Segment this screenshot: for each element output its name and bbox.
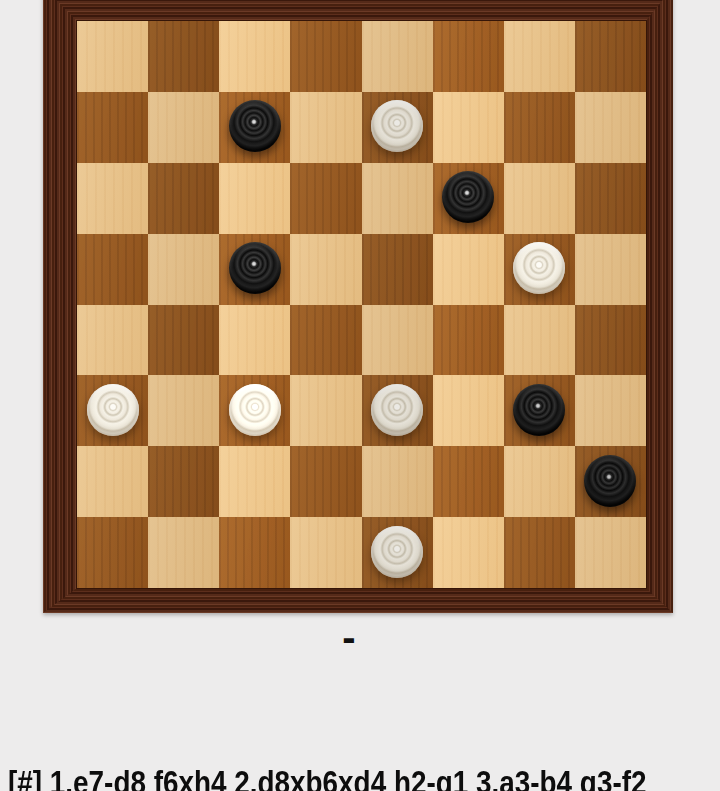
black-man-piece-c7[interactable] — [229, 100, 281, 152]
board — [77, 21, 646, 588]
square-c7[interactable] — [219, 92, 290, 163]
square-a3[interactable] — [77, 375, 148, 446]
square-a6[interactable] — [77, 163, 148, 234]
square-a4[interactable] — [77, 305, 148, 376]
checkers-app-screen: - [#] 1.e7-d8 f6xh4 2.d8xb6xd4 h2-g1 3.a… — [0, 0, 720, 791]
square-g2[interactable] — [504, 446, 575, 517]
square-b3[interactable] — [148, 375, 219, 446]
square-d8[interactable] — [290, 21, 361, 92]
black-man-piece-c5[interactable] — [229, 242, 281, 294]
black-man-piece-g3[interactable] — [513, 384, 565, 436]
square-b6[interactable] — [148, 163, 219, 234]
square-b1[interactable] — [148, 517, 219, 588]
square-f1[interactable] — [433, 517, 504, 588]
square-f5[interactable] — [433, 234, 504, 305]
square-e8[interactable] — [362, 21, 433, 92]
white-man-piece-c3[interactable] — [229, 384, 281, 436]
square-d7[interactable] — [290, 92, 361, 163]
square-h6[interactable] — [575, 163, 646, 234]
square-a5[interactable] — [77, 234, 148, 305]
square-f6[interactable] — [433, 163, 504, 234]
square-h8[interactable] — [575, 21, 646, 92]
square-d5[interactable] — [290, 234, 361, 305]
square-g1[interactable] — [504, 517, 575, 588]
turn-indicator: - — [0, 617, 709, 657]
square-a2[interactable] — [77, 446, 148, 517]
square-e1[interactable] — [362, 517, 433, 588]
square-e3[interactable] — [362, 375, 433, 446]
square-e7[interactable] — [362, 92, 433, 163]
square-h4[interactable] — [575, 305, 646, 376]
square-d6[interactable] — [290, 163, 361, 234]
square-h7[interactable] — [575, 92, 646, 163]
square-c8[interactable] — [219, 21, 290, 92]
square-h2[interactable] — [575, 446, 646, 517]
square-f2[interactable] — [433, 446, 504, 517]
square-e6[interactable] — [362, 163, 433, 234]
square-e4[interactable] — [362, 305, 433, 376]
square-g5[interactable] — [504, 234, 575, 305]
square-a8[interactable] — [77, 21, 148, 92]
square-e2[interactable] — [362, 446, 433, 517]
board-frame-right — [646, 0, 673, 613]
square-b5[interactable] — [148, 234, 219, 305]
square-g8[interactable] — [504, 21, 575, 92]
black-man-piece-f6[interactable] — [442, 171, 494, 223]
black-man-piece-h2[interactable] — [584, 455, 636, 507]
board-frame-left — [43, 0, 77, 613]
white-man-piece-e3[interactable] — [371, 384, 423, 436]
square-b2[interactable] — [148, 446, 219, 517]
square-b7[interactable] — [148, 92, 219, 163]
square-d3[interactable] — [290, 375, 361, 446]
square-h3[interactable] — [575, 375, 646, 446]
square-h5[interactable] — [575, 234, 646, 305]
square-c3[interactable] — [219, 375, 290, 446]
board-frame — [43, 0, 673, 613]
square-d2[interactable] — [290, 446, 361, 517]
square-h1[interactable] — [575, 517, 646, 588]
square-g6[interactable] — [504, 163, 575, 234]
square-b8[interactable] — [148, 21, 219, 92]
square-c5[interactable] — [219, 234, 290, 305]
white-man-piece-a3[interactable] — [87, 384, 139, 436]
square-c4[interactable] — [219, 305, 290, 376]
square-a1[interactable] — [77, 517, 148, 588]
square-b4[interactable] — [148, 305, 219, 376]
white-man-piece-e7[interactable] — [371, 100, 423, 152]
square-e5[interactable] — [362, 234, 433, 305]
square-c6[interactable] — [219, 163, 290, 234]
square-a7[interactable] — [77, 92, 148, 163]
square-c2[interactable] — [219, 446, 290, 517]
square-d1[interactable] — [290, 517, 361, 588]
square-c1[interactable] — [219, 517, 290, 588]
moves-line-1: [#] 1.e7-d8 f6xh4 2.d8xb6xd4 h2-g1 3.a3-… — [8, 764, 718, 791]
white-man-piece-e1[interactable] — [371, 526, 423, 578]
square-f7[interactable] — [433, 92, 504, 163]
square-f4[interactable] — [433, 305, 504, 376]
square-g7[interactable] — [504, 92, 575, 163]
square-g3[interactable] — [504, 375, 575, 446]
board-frame-bottom — [43, 588, 673, 613]
white-man-piece-g5[interactable] — [513, 242, 565, 294]
moves-text: [#] 1.e7-d8 f6xh4 2.d8xb6xd4 h2-g1 3.a3-… — [8, 690, 718, 791]
square-d4[interactable] — [290, 305, 361, 376]
square-f8[interactable] — [433, 21, 504, 92]
board-frame-top — [43, 0, 673, 21]
square-g4[interactable] — [504, 305, 575, 376]
square-f3[interactable] — [433, 375, 504, 446]
